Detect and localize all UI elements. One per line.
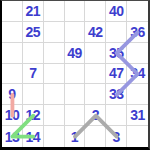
cell-r0c0[interactable] xyxy=(2,1,23,22)
clue-number: 42 xyxy=(88,25,103,39)
cell-r5c4[interactable]: 2 xyxy=(85,105,106,126)
cell-r5c3[interactable] xyxy=(65,105,86,126)
cell-r3c1[interactable]: 7 xyxy=(23,64,44,85)
cell-r6c3[interactable]: 1 xyxy=(65,126,86,147)
cell-r2c2[interactable] xyxy=(44,43,65,64)
cell-r5c6[interactable]: 31 xyxy=(127,105,148,126)
cell-r1c4[interactable]: 42 xyxy=(85,22,106,43)
cell-r3c3[interactable] xyxy=(65,64,86,85)
cell-r2c4[interactable] xyxy=(85,43,106,64)
cell-r6c4[interactable] xyxy=(85,126,106,147)
clue-number: 47 xyxy=(109,66,124,80)
cell-r1c1[interactable]: 25 xyxy=(23,22,44,43)
clue-number: 14 xyxy=(25,130,40,144)
cell-r1c6[interactable]: 36 xyxy=(127,22,148,43)
cell-r0c5[interactable]: 40 xyxy=(106,1,127,22)
cell-r4c3[interactable] xyxy=(65,84,86,105)
cell-r6c6[interactable] xyxy=(127,126,148,147)
clue-number: 49 xyxy=(67,46,82,60)
clue-number: 10 xyxy=(5,108,20,122)
cell-r0c2[interactable] xyxy=(44,1,65,22)
cell-r4c0[interactable]: 9 xyxy=(2,84,23,105)
cell-r4c2[interactable] xyxy=(44,84,65,105)
clue-number: 21 xyxy=(25,4,40,18)
cell-r0c1[interactable]: 21 xyxy=(23,1,44,22)
cell-r1c0[interactable] xyxy=(2,22,23,43)
cell-r2c5[interactable]: 35 xyxy=(106,43,127,64)
cell-r0c6[interactable] xyxy=(127,1,148,22)
cell-r3c5[interactable]: 47 xyxy=(106,64,127,85)
cell-r1c5[interactable] xyxy=(106,22,127,43)
cell-r5c2[interactable] xyxy=(44,105,65,126)
cell-r3c4[interactable] xyxy=(85,64,106,85)
cell-r6c1[interactable]: 14 xyxy=(23,126,44,147)
clue-number: 7 xyxy=(29,66,36,80)
clue-number: 25 xyxy=(25,25,40,39)
clue-number: 12 xyxy=(25,108,40,122)
cell-r3c2[interactable] xyxy=(44,64,65,85)
clue-number: 36 xyxy=(130,25,145,39)
clue-number: 35 xyxy=(109,46,124,60)
hidato-board: 21402542364935747349331012231131413 xyxy=(0,0,150,150)
clue-number: 3 xyxy=(113,130,120,144)
cell-r6c2[interactable] xyxy=(44,126,65,147)
clue-number: 34 xyxy=(130,66,145,80)
cell-r1c2[interactable] xyxy=(44,22,65,43)
cell-r4c5[interactable]: 33 xyxy=(106,84,127,105)
clue-number: 9 xyxy=(8,87,15,101)
cell-r4c1[interactable] xyxy=(23,84,44,105)
cell-r5c5[interactable] xyxy=(106,105,127,126)
cell-r6c0[interactable]: 13 xyxy=(2,126,23,147)
cell-r5c0[interactable]: 10 xyxy=(2,105,23,126)
cell-r2c3[interactable]: 49 xyxy=(65,43,86,64)
cell-r3c0[interactable] xyxy=(2,64,23,85)
cell-r3c6[interactable]: 34 xyxy=(127,64,148,85)
cell-r0c3[interactable] xyxy=(65,1,86,22)
cell-r2c0[interactable] xyxy=(2,43,23,64)
cell-r4c6[interactable] xyxy=(127,84,148,105)
cell-r2c1[interactable] xyxy=(23,43,44,64)
clue-number: 40 xyxy=(109,4,124,18)
clue-number: 2 xyxy=(92,108,99,122)
cell-r1c3[interactable] xyxy=(65,22,86,43)
cell-r5c1[interactable]: 12 xyxy=(23,105,44,126)
clue-number: 13 xyxy=(5,130,20,144)
cell-r2c6[interactable] xyxy=(127,43,148,64)
cell-r4c4[interactable] xyxy=(85,84,106,105)
cell-r0c4[interactable] xyxy=(85,1,106,22)
clue-number: 33 xyxy=(109,87,124,101)
clue-number: 31 xyxy=(130,108,145,122)
clue-number: 1 xyxy=(71,130,78,144)
hidato-grid: 21402542364935747349331012231131413 xyxy=(2,1,148,147)
cell-r6c5[interactable]: 3 xyxy=(106,126,127,147)
